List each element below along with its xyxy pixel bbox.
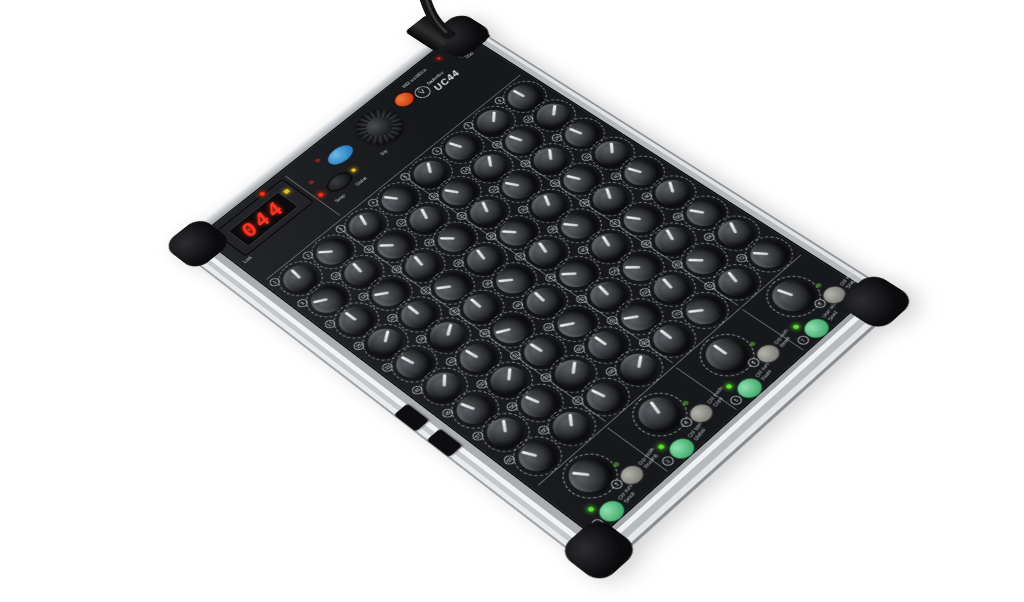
knob-pointer	[525, 396, 540, 404]
knob-pointer	[481, 202, 489, 213]
knob-pointer	[344, 312, 356, 321]
display-value: 044	[237, 198, 290, 240]
knob-pointer	[419, 208, 427, 219]
knob-pointer	[729, 222, 737, 233]
photo-scene: 044 Lock Setup Global Grp MIDI out MIDI …	[0, 0, 1024, 602]
knob-pointer	[590, 389, 605, 397]
knob-pointer	[571, 362, 576, 374]
knob-pointer	[351, 263, 361, 273]
knob-pointer	[499, 279, 514, 283]
setup-led	[725, 383, 733, 389]
knob-pointer	[571, 472, 589, 477]
knob-pointer	[379, 244, 393, 247]
led-display-module: 044	[214, 179, 314, 257]
knob-pointer	[543, 195, 550, 206]
knob-pointer	[548, 149, 552, 160]
knob-cap[interactable]	[622, 254, 657, 281]
mode-led	[308, 180, 315, 185]
knob-pointer	[460, 403, 475, 410]
knob-pointer	[290, 269, 301, 279]
knob-pointer	[659, 330, 672, 340]
knob-pointer	[440, 238, 454, 241]
knob-pointer	[508, 135, 522, 141]
knob-pointer	[566, 175, 580, 180]
knob-pointer	[442, 374, 446, 386]
edit-led	[283, 189, 290, 194]
knob-pointer	[628, 168, 642, 174]
knob-pointer	[426, 163, 431, 174]
knob-pointer	[668, 182, 674, 193]
knob-pointer	[605, 188, 612, 199]
knob-pointer	[625, 266, 640, 269]
knob-pointer	[506, 368, 510, 380]
knob-pointer	[521, 451, 537, 457]
knob-pointer	[597, 285, 608, 295]
knob-pointer	[502, 231, 517, 234]
knob-pointer	[689, 209, 704, 214]
knob-pointer	[436, 286, 451, 290]
knob-pointer	[753, 252, 768, 255]
knob-pointer	[319, 251, 333, 254]
knob-pointer	[475, 249, 485, 259]
knob-pointer	[712, 344, 727, 355]
knob-pointer	[568, 414, 573, 426]
knob-pointer	[359, 215, 367, 225]
knob-pointer	[726, 272, 737, 283]
knob-pointer	[401, 357, 415, 365]
knob-pointer	[560, 322, 575, 327]
knob-pointer	[470, 299, 482, 309]
knob-pointer	[383, 330, 389, 342]
knob-grid: 1234567891011121314151617181920212223242…	[200, 30, 460, 235]
knob-pointer	[496, 328, 511, 334]
knob-pointer	[512, 90, 524, 98]
grp-label: Grp	[380, 149, 389, 156]
faceplate: 044 Lock Setup Global Grp MIDI out MIDI …	[198, 29, 873, 539]
lock-led	[317, 192, 324, 197]
knob-pointer	[551, 105, 555, 115]
midi-pot-controller: 044 Lock Setup Global Grp MIDI out MIDI …	[172, 18, 905, 575]
knob-pointer	[648, 401, 660, 414]
knob-pointer	[313, 298, 327, 303]
knob-pointer	[564, 223, 579, 227]
knob-pointer	[601, 236, 610, 247]
knob-pointer	[562, 273, 577, 276]
knob-pointer	[384, 196, 398, 200]
knob-pointer	[662, 278, 673, 289]
knob-pointer	[609, 143, 613, 154]
knob-pointer	[505, 182, 519, 187]
knob-pointer	[465, 350, 479, 359]
knob-pointer	[594, 336, 607, 346]
blue-button-led	[314, 158, 321, 163]
knob-pointer	[688, 259, 703, 262]
knob-pointer	[626, 216, 641, 220]
knob-pointer	[374, 292, 389, 297]
setup-led	[657, 444, 665, 451]
knob-pointer	[569, 128, 583, 135]
lock-label: Lock	[242, 255, 253, 263]
status-led	[259, 191, 266, 196]
shift-led	[351, 168, 357, 172]
setup-label: Setup	[334, 194, 346, 204]
knob-pointer	[538, 243, 548, 254]
knob-pointer	[446, 324, 452, 336]
knob-pointer	[444, 189, 458, 193]
knob-pointer	[413, 256, 423, 266]
setup-led	[587, 506, 595, 513]
knob-pointer	[407, 305, 419, 315]
knob-pointer	[688, 309, 703, 313]
shift-button[interactable]	[322, 169, 357, 195]
knob-pointer	[665, 229, 674, 240]
knob-pointer	[491, 112, 495, 122]
knob-pointer	[636, 356, 641, 368]
data-encoder-knob[interactable]	[347, 103, 412, 151]
knob-pointer	[501, 420, 506, 432]
knob-pointer	[448, 142, 462, 148]
knob-pointer	[533, 292, 545, 302]
global-label: Global	[355, 176, 368, 186]
knob-pointer	[624, 316, 639, 321]
knob-pointer	[776, 289, 793, 297]
setup-led	[792, 324, 800, 330]
midi-led	[437, 57, 441, 60]
knob-pointer	[529, 343, 542, 352]
group-button[interactable]	[322, 141, 359, 169]
knob-pointer	[487, 156, 492, 167]
